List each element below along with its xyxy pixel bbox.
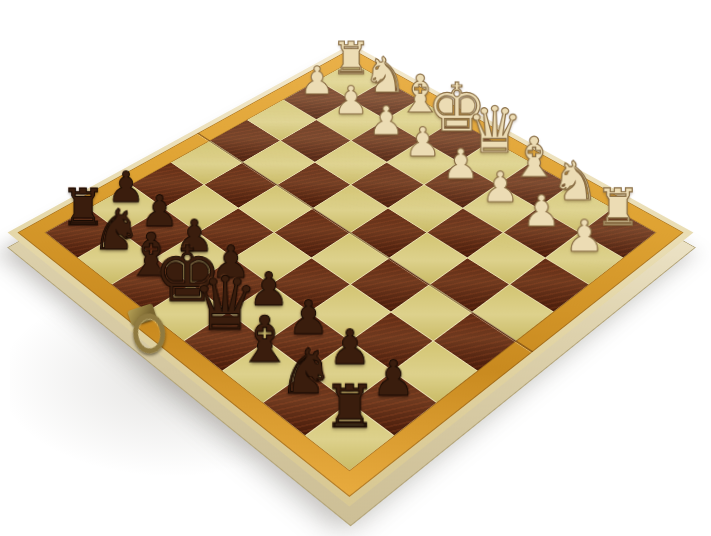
clasp-ring — [132, 312, 167, 354]
square-d5 — [312, 233, 389, 284]
piece-white-king: ♚ — [415, 63, 498, 141]
piece-white-rook: ♜ — [312, 7, 391, 80]
piece-black-rook: ♜ — [38, 149, 128, 233]
chess-set-photo: ♜♞♝♚♛♝♞♜♟♟♟♟♟♟♟♟♟♟♟♟♟♟♟♟♜♞♝♚♛♝♞♜ — [0, 0, 711, 536]
piece-white-queen: ♛ — [452, 83, 537, 162]
square-c8: ♝ — [223, 341, 307, 402]
piece-black-pawn: ♟ — [82, 126, 170, 208]
